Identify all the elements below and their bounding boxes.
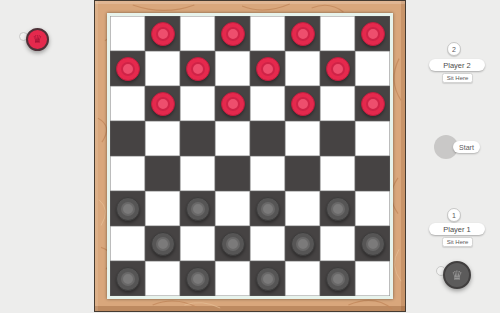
checker-core (226, 97, 240, 111)
square-d4[interactable] (215, 156, 250, 191)
square-b5 (145, 121, 180, 156)
square-g5[interactable] (320, 121, 355, 156)
square-d6[interactable] (215, 86, 250, 121)
start-label: Start (459, 144, 474, 151)
checker-core (121, 62, 135, 76)
checker-core (121, 272, 135, 286)
checker-core (366, 27, 380, 41)
square-b3 (145, 191, 180, 226)
checker-core (296, 27, 310, 41)
gray-checker[interactable] (116, 267, 140, 291)
checker-core (261, 202, 275, 216)
red-checker[interactable] (326, 57, 350, 81)
checker-core (156, 237, 170, 251)
square-g1[interactable] (320, 261, 355, 296)
gray-checker[interactable] (186, 197, 210, 221)
square-a7[interactable] (110, 51, 145, 86)
square-e8 (250, 16, 285, 51)
checker-core (331, 62, 345, 76)
gray-checker[interactable] (256, 267, 280, 291)
checker-core (191, 202, 205, 216)
square-e5[interactable] (250, 121, 285, 156)
red-checker[interactable] (221, 92, 245, 116)
checker-core (156, 97, 170, 111)
checker-core (156, 27, 170, 41)
checker-core (191, 272, 205, 286)
square-e3[interactable] (250, 191, 285, 226)
square-e6 (250, 86, 285, 121)
player1-name: Player 1 (443, 225, 471, 234)
square-d8[interactable] (215, 16, 250, 51)
square-e4 (250, 156, 285, 191)
square-a6 (110, 86, 145, 121)
square-b8[interactable] (145, 16, 180, 51)
square-f8[interactable] (285, 16, 320, 51)
red-checker[interactable] (151, 92, 175, 116)
red-checker[interactable] (291, 22, 315, 46)
square-h6[interactable] (355, 86, 390, 121)
red-piece-selector[interactable]: ♛ (26, 28, 49, 51)
checker-core (191, 62, 205, 76)
start-button[interactable]: Start (453, 141, 480, 153)
checker-core (261, 272, 275, 286)
gray-checker[interactable] (151, 232, 175, 256)
red-checker[interactable] (256, 57, 280, 81)
square-a5[interactable] (110, 121, 145, 156)
checker-core (331, 272, 345, 286)
square-f3 (285, 191, 320, 226)
square-h3 (355, 191, 390, 226)
crown-icon: ♛ (451, 269, 463, 282)
square-c3[interactable] (180, 191, 215, 226)
gray-checker[interactable] (186, 267, 210, 291)
red-checker[interactable] (116, 57, 140, 81)
square-f1 (285, 261, 320, 296)
square-e7[interactable] (250, 51, 285, 86)
gray-checker[interactable] (291, 232, 315, 256)
gray-checker[interactable] (116, 197, 140, 221)
square-d5 (215, 121, 250, 156)
gray-piece-selector[interactable]: ♛ (443, 261, 471, 289)
checker-core (331, 202, 345, 216)
checker-core (261, 62, 275, 76)
red-checker[interactable] (361, 92, 385, 116)
gray-checker[interactable] (221, 232, 245, 256)
player1-number: 1 (452, 212, 456, 219)
square-b2[interactable] (145, 226, 180, 261)
square-f6[interactable] (285, 86, 320, 121)
red-checker[interactable] (151, 22, 175, 46)
player2-sit-here-button[interactable]: Sit Here (442, 73, 473, 83)
square-g4 (320, 156, 355, 191)
checkers-board (110, 16, 390, 296)
square-e2 (250, 226, 285, 261)
gray-checker[interactable] (256, 197, 280, 221)
square-d1 (215, 261, 250, 296)
player2-sit-label: Sit Here (447, 75, 469, 81)
checker-core (296, 237, 310, 251)
checker-core (226, 27, 240, 41)
checker-core (296, 97, 310, 111)
square-c4 (180, 156, 215, 191)
square-c5[interactable] (180, 121, 215, 156)
gray-checker[interactable] (326, 197, 350, 221)
red-checker[interactable] (291, 92, 315, 116)
square-h2[interactable] (355, 226, 390, 261)
square-a8 (110, 16, 145, 51)
square-b6[interactable] (145, 86, 180, 121)
square-g8 (320, 16, 355, 51)
player2-number-badge: 2 (447, 42, 461, 56)
gray-checker[interactable] (326, 267, 350, 291)
checkers-board-frame (94, 0, 406, 312)
checker-core (121, 202, 135, 216)
square-g3[interactable] (320, 191, 355, 226)
square-c7[interactable] (180, 51, 215, 86)
red-checker[interactable] (221, 22, 245, 46)
square-b4[interactable] (145, 156, 180, 191)
square-c2 (180, 226, 215, 261)
checker-core (226, 237, 240, 251)
player1-sit-label: Sit Here (447, 239, 469, 245)
square-f2[interactable] (285, 226, 320, 261)
board-inner-border (107, 13, 393, 299)
square-e1[interactable] (250, 261, 285, 296)
crown-icon: ♛ (33, 34, 43, 45)
square-f4[interactable] (285, 156, 320, 191)
square-c1[interactable] (180, 261, 215, 296)
red-checker[interactable] (361, 22, 385, 46)
checker-core (366, 237, 380, 251)
square-d7 (215, 51, 250, 86)
square-h8[interactable] (355, 16, 390, 51)
square-h4[interactable] (355, 156, 390, 191)
player2-number: 2 (452, 46, 456, 53)
square-h5 (355, 121, 390, 156)
red-checker[interactable] (186, 57, 210, 81)
square-c8 (180, 16, 215, 51)
player2-name-pill: Player 2 (429, 59, 485, 71)
square-b1 (145, 261, 180, 296)
square-g7[interactable] (320, 51, 355, 86)
square-f5 (285, 121, 320, 156)
player2-name: Player 2 (443, 61, 471, 70)
player1-number-badge: 1 (447, 208, 461, 222)
square-c6 (180, 86, 215, 121)
checker-core (366, 97, 380, 111)
square-f7 (285, 51, 320, 86)
square-a1[interactable] (110, 261, 145, 296)
square-b7 (145, 51, 180, 86)
square-h7 (355, 51, 390, 86)
square-d3 (215, 191, 250, 226)
square-a3[interactable] (110, 191, 145, 226)
gray-checker[interactable] (361, 232, 385, 256)
player1-sit-here-button[interactable]: Sit Here (442, 237, 473, 247)
square-g6 (320, 86, 355, 121)
square-d2[interactable] (215, 226, 250, 261)
square-g2 (320, 226, 355, 261)
square-a4 (110, 156, 145, 191)
square-h1 (355, 261, 390, 296)
square-a2 (110, 226, 145, 261)
player1-name-pill: Player 1 (429, 223, 485, 235)
